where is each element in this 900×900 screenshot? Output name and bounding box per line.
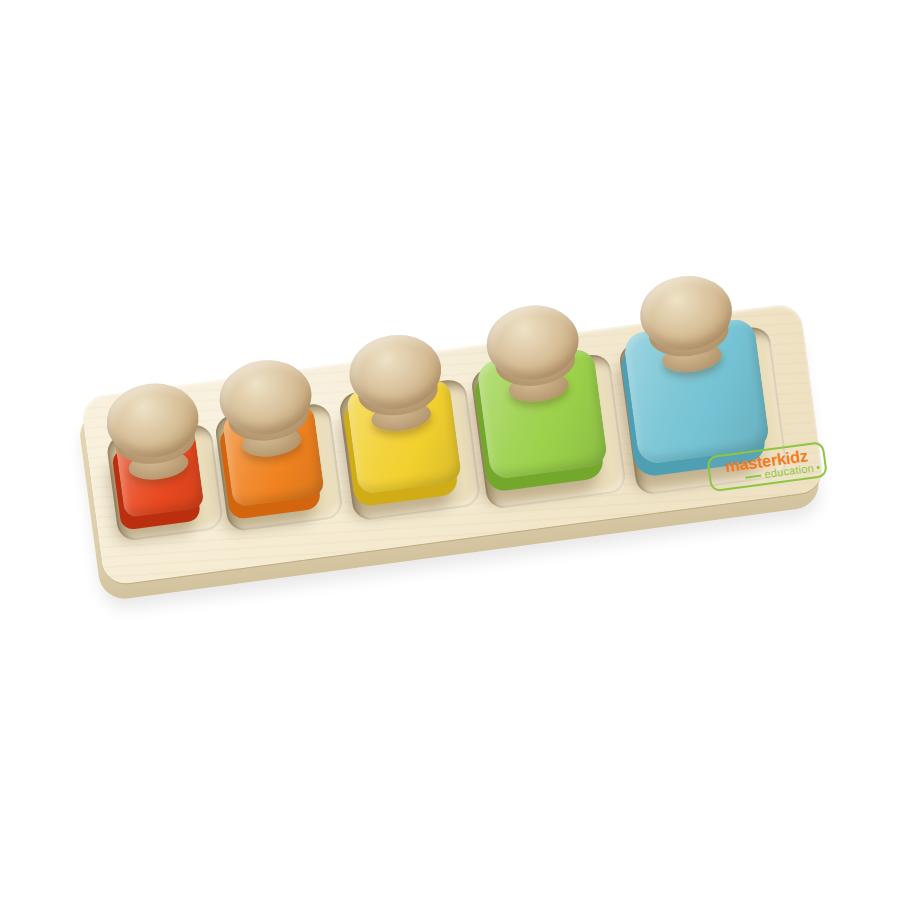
knob-base <box>240 424 303 460</box>
piece-red-square <box>115 428 205 518</box>
knob-ledge <box>355 364 440 420</box>
wooden-knob <box>215 355 319 462</box>
knob-neck <box>672 330 709 356</box>
knob-ledge <box>113 412 198 468</box>
knob-dome <box>215 355 316 441</box>
knob-neck <box>518 359 555 385</box>
knob-neck <box>381 389 418 415</box>
slot-orange <box>214 402 344 532</box>
wooden-knob <box>482 300 586 407</box>
knob-dome <box>102 378 203 464</box>
knob-dome <box>345 329 446 415</box>
knob-base <box>507 369 570 405</box>
product-photo-stage: masterkidz education <box>0 0 900 900</box>
logo-dash-icon <box>746 474 762 478</box>
piece-yellow-square <box>346 378 463 495</box>
slot-yellow <box>338 378 482 522</box>
knob-neck <box>251 414 288 440</box>
piece-orange-square <box>222 404 325 507</box>
slot-green <box>470 353 627 510</box>
wooden-knob <box>636 270 740 377</box>
knob-ledge <box>646 305 731 361</box>
piece-green-square <box>476 348 609 481</box>
knob-ledge <box>226 389 311 445</box>
knob-dome <box>482 300 583 386</box>
puzzle-board: masterkidz education <box>80 302 825 586</box>
knob-base <box>370 399 433 435</box>
knob-base <box>660 340 723 376</box>
knob-ledge <box>493 334 578 390</box>
slot-red <box>105 423 224 542</box>
wooden-knob <box>345 329 449 436</box>
piece-blue-square <box>622 317 770 465</box>
knob-base <box>127 447 190 483</box>
logo-dot-icon <box>816 466 819 469</box>
knob-neck <box>138 437 175 463</box>
knob-dome <box>636 270 737 356</box>
